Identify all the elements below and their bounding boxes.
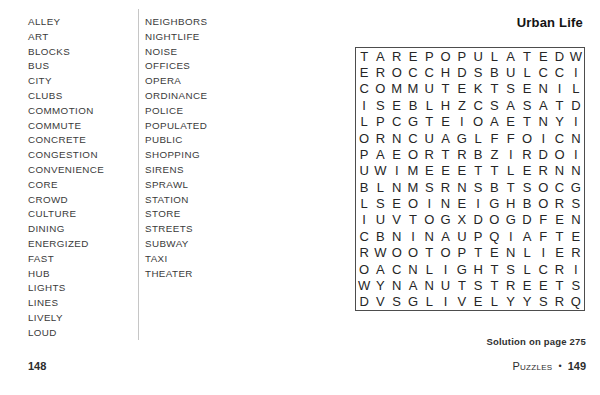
word-list-item: LIGHTS (28, 281, 104, 296)
grid-cell: S (486, 97, 502, 113)
grid-cell: B (356, 179, 372, 195)
word-list-item: LOUD (28, 326, 104, 341)
grid-cell: E (356, 64, 372, 80)
word-list-item: CONGESTION (28, 148, 104, 163)
grid-cell: N (389, 228, 405, 244)
word-list-item: TAXI (145, 252, 207, 267)
grid-cell: O (372, 81, 388, 97)
word-list-item: SIRENS (145, 163, 207, 178)
grid-cell: R (535, 163, 551, 179)
grid-cell: I (568, 261, 584, 277)
grid-cell: N (568, 212, 584, 228)
grid-cell: E (389, 195, 405, 211)
grid-cell: L (519, 64, 535, 80)
grid-cell: S (372, 97, 388, 113)
grid-cell: G (454, 261, 470, 277)
grid-cell: P (470, 228, 486, 244)
grid-cell: P (454, 48, 470, 64)
grid-cell: H (437, 64, 453, 80)
grid-cell: G (405, 114, 421, 130)
grid-cell: D (454, 64, 470, 80)
word-list-item: FAST (28, 252, 104, 267)
grid-cell: P (421, 48, 437, 64)
grid-cell: X (454, 212, 470, 228)
word-list-item: NEIGHBORS (145, 15, 207, 30)
grid-cell: F (535, 228, 551, 244)
page-footer-label: Puzzles (512, 360, 552, 372)
grid-cell: L (519, 245, 535, 261)
grid-cell: N (437, 195, 453, 211)
grid-cell: Y (519, 294, 535, 310)
word-list-item: POLICE (145, 104, 207, 119)
grid-cell: W (372, 245, 388, 261)
grid-cell: T (421, 245, 437, 261)
grid-cell: G (454, 130, 470, 146)
grid-cell: N (503, 245, 519, 261)
grid-cell: T (470, 245, 486, 261)
grid-cell: A (372, 146, 388, 162)
grid-cell: E (568, 228, 584, 244)
grid-cell: I (356, 97, 372, 113)
page-number-right: 149 (568, 360, 586, 372)
grid-cell: C (389, 114, 405, 130)
grid-cell: I (568, 64, 584, 80)
grid-cell: L (519, 261, 535, 277)
grid-cell: L (568, 81, 584, 97)
grid-cell: S (503, 81, 519, 97)
grid-cell: C (405, 64, 421, 80)
word-list-column-2: NEIGHBORSNIGHTLIFENOISEOFFICESOPERAORDIN… (145, 15, 207, 281)
grid-cell: O (437, 48, 453, 64)
grid-cell: M (405, 163, 421, 179)
word-list-item: SUBWAY (145, 237, 207, 252)
grid-cell: T (486, 261, 502, 277)
grid-cell: L (421, 294, 437, 310)
grid-cell: F (486, 130, 502, 146)
grid-cell: S (535, 294, 551, 310)
grid-cell: L (486, 48, 502, 64)
grid-cell: T (503, 179, 519, 195)
page-footer-right: Puzzles • 149 (512, 360, 586, 372)
grid-cell: E (519, 81, 535, 97)
grid-cell: E (437, 163, 453, 179)
grid-cell: G (437, 212, 453, 228)
word-list-item: NIGHTLIFE (145, 30, 207, 45)
grid-cell: D (551, 48, 567, 64)
grid-cell: N (389, 179, 405, 195)
word-list-item: STORE (145, 207, 207, 222)
grid-cell: N (454, 179, 470, 195)
word-list-item: STATION (145, 193, 207, 208)
grid-cell: E (389, 97, 405, 113)
grid-cell: M (389, 81, 405, 97)
grid-cell: P (372, 114, 388, 130)
word-list-item: SPRAWL (145, 178, 207, 193)
word-list-item: CLUBS (28, 89, 104, 104)
grid-cell: I (437, 261, 453, 277)
grid-cell: R (454, 146, 470, 162)
grid-cell: I (437, 294, 453, 310)
grid-cell: E (454, 195, 470, 211)
grid-cell: A (519, 228, 535, 244)
grid-cell: A (405, 277, 421, 293)
word-list-item: COMMUTE (28, 119, 104, 134)
grid-cell: W (356, 277, 372, 293)
grid-cell: R (389, 48, 405, 64)
grid-cell: A (486, 114, 502, 130)
grid-cell: M (405, 81, 421, 97)
grid-cell: N (568, 130, 584, 146)
word-list-item: PUBLIC (145, 133, 207, 148)
grid-cell: L (356, 114, 372, 130)
grid-cell: F (503, 130, 519, 146)
grid-cell: I (568, 114, 584, 130)
grid-cell: E (389, 146, 405, 162)
grid-cell: I (454, 114, 470, 130)
grid-cell: M (405, 179, 421, 195)
grid-cell: D (356, 294, 372, 310)
grid-cell: R (503, 277, 519, 293)
grid-cell: C (551, 179, 567, 195)
grid-cell: I (503, 228, 519, 244)
grid-cell: S (503, 261, 519, 277)
grid-cell: C (535, 261, 551, 277)
grid-cell: N (421, 228, 437, 244)
word-list-item: CROWD (28, 193, 104, 208)
word-list-item: BLOCKS (28, 45, 104, 60)
grid-cell: D (535, 146, 551, 162)
grid-cell: U (372, 212, 388, 228)
grid-cell: E (519, 277, 535, 293)
grid-cell: E (535, 277, 551, 293)
grid-cell: R (372, 130, 388, 146)
grid-cell: T (551, 277, 567, 293)
grid-cell: S (519, 97, 535, 113)
word-list-item: DINING (28, 222, 104, 237)
grid-cell: S (372, 195, 388, 211)
grid-cell: S (389, 294, 405, 310)
grid-cell: A (503, 97, 519, 113)
grid-cell: B (486, 179, 502, 195)
grid-cell: L (356, 195, 372, 211)
grid-cell: L (421, 97, 437, 113)
grid-cell: B (470, 146, 486, 162)
grid-cell: S (421, 179, 437, 195)
grid-cell: I (535, 245, 551, 261)
grid-cell: R (356, 245, 372, 261)
word-list-item: LINES (28, 296, 104, 311)
grid-cell: T (437, 81, 453, 97)
word-list-item: OFFICES (145, 59, 207, 74)
grid-cell: O (405, 245, 421, 261)
grid-cell: R (551, 294, 567, 310)
grid-cell: I (470, 195, 486, 211)
word-list-item: COMMOTION (28, 104, 104, 119)
grid-cell: B (405, 97, 421, 113)
grid-cell: L (503, 163, 519, 179)
grid-cell: C (470, 97, 486, 113)
grid-cell: E (519, 163, 535, 179)
grid-cell: T (437, 146, 453, 162)
grid-cell: I (405, 228, 421, 244)
page-number-left: 148 (28, 360, 46, 372)
bullet-separator-icon: • (558, 361, 561, 371)
grid-cell: S (568, 195, 584, 211)
grid-cell: C (535, 64, 551, 80)
grid-cell: T (519, 114, 535, 130)
puzzle-book-page: ALLEYARTBLOCKSBUSCITYCLUBSCOMMOTIONCOMMU… (0, 0, 600, 395)
grid-cell: R (551, 261, 567, 277)
grid-cell: D (470, 212, 486, 228)
grid-cell: V (389, 212, 405, 228)
grid-cell: T (454, 277, 470, 293)
grid-cell: G (568, 179, 584, 195)
grid-cell: A (372, 261, 388, 277)
grid-cell: U (454, 228, 470, 244)
grid-cell: B (372, 228, 388, 244)
grid-cell: E (551, 212, 567, 228)
grid-cell: E (437, 114, 453, 130)
grid-cell: E (486, 245, 502, 261)
grid-cell: U (356, 163, 372, 179)
grid-cell: N (389, 130, 405, 146)
grid-cell: U (437, 277, 453, 293)
grid-cell: T (519, 48, 535, 64)
grid-cell: W (568, 48, 584, 64)
grid-cell: Y (372, 277, 388, 293)
word-list-item: LIVELY (28, 311, 104, 326)
grid-cell: R (551, 195, 567, 211)
grid-cell: O (535, 179, 551, 195)
word-list-item: ORDINANCE (145, 89, 207, 104)
grid-cell: B (519, 195, 535, 211)
grid-cell: U (470, 48, 486, 64)
grid-cell: I (551, 81, 567, 97)
grid-cell: B (486, 64, 502, 80)
grid-cell: V (454, 294, 470, 310)
grid-cell: T (486, 163, 502, 179)
grid-cell: O (405, 146, 421, 162)
grid-cell: E (503, 114, 519, 130)
grid-cell: O (389, 64, 405, 80)
grid-cell: N (568, 163, 584, 179)
grid-cell: T (421, 114, 437, 130)
grid-cell: U (421, 130, 437, 146)
grid-cell: C (356, 228, 372, 244)
grid-cell: Q (568, 294, 584, 310)
grid-cell: H (503, 195, 519, 211)
grid-cell: E (421, 163, 437, 179)
grid-cell: R (421, 146, 437, 162)
word-list-item: HUB (28, 267, 104, 282)
grid-cell: O (470, 114, 486, 130)
grid-cell: G (486, 195, 502, 211)
grid-cell: C (405, 130, 421, 146)
grid-cell: O (421, 212, 437, 228)
grid-cell: S (470, 277, 486, 293)
grid-cell: S (519, 179, 535, 195)
grid-cell: R (437, 179, 453, 195)
grid-cell: O (356, 130, 372, 146)
grid-cell: N (389, 277, 405, 293)
word-list-item: OPERA (145, 74, 207, 89)
grid-cell: R (568, 245, 584, 261)
word-list-item: CONVENIENCE (28, 163, 104, 178)
grid-cell: D (519, 212, 535, 228)
grid-cell: T (551, 228, 567, 244)
grid-cell: A (535, 97, 551, 113)
grid-cell: U (503, 64, 519, 80)
column-divider (138, 9, 139, 340)
grid-cell: L (372, 179, 388, 195)
grid-cell: T (470, 163, 486, 179)
grid-cell: C (421, 64, 437, 80)
grid-cell: E (470, 294, 486, 310)
word-list-item: ENERGIZED (28, 237, 104, 252)
word-list-item: ART (28, 30, 104, 45)
solution-note: Solution on page 275 (486, 336, 586, 347)
grid-cell: S (470, 179, 486, 195)
grid-cell: I (503, 146, 519, 162)
grid-cell: T (486, 277, 502, 293)
grid-cell: A (372, 48, 388, 64)
grid-cell: H (470, 261, 486, 277)
word-list-item: POPULATED (145, 119, 207, 134)
grid-cell: A (437, 228, 453, 244)
grid-cell: C (356, 81, 372, 97)
grid-cell: I (568, 146, 584, 162)
grid-cell: O (535, 195, 551, 211)
grid-cell: E (551, 245, 567, 261)
grid-cell: Q (486, 228, 502, 244)
grid-cell: P (356, 146, 372, 162)
grid-cell: O (551, 146, 567, 162)
grid-cell: L (486, 294, 502, 310)
grid-cell: U (421, 81, 437, 97)
word-list-item: THEATER (145, 267, 207, 282)
grid-cell: D (568, 97, 584, 113)
grid-cell: E (454, 163, 470, 179)
grid-cell: K (470, 81, 486, 97)
grid-cell: W (372, 163, 388, 179)
grid-cell: P (454, 245, 470, 261)
grid-cell: O (389, 245, 405, 261)
grid-cell: E (535, 48, 551, 64)
word-search-grid: TAREPOPULATEDWEROCCHDSBULCCICOMMUTEKTSEN… (355, 47, 585, 311)
grid-cell: F (535, 212, 551, 228)
grid-cell: O (519, 130, 535, 146)
word-list-item: CORE (28, 178, 104, 193)
grid-cell: O (437, 245, 453, 261)
grid-cell: O (356, 261, 372, 277)
grid-cell: N (535, 114, 551, 130)
grid-cell: I (535, 130, 551, 146)
grid-cell: O (405, 195, 421, 211)
word-list-item: NOISE (145, 45, 207, 60)
grid-cell: N (421, 277, 437, 293)
grid-cell: I (389, 163, 405, 179)
grid-cell: A (437, 130, 453, 146)
grid-cell: Z (486, 146, 502, 162)
grid-cell: T (356, 48, 372, 64)
puzzle-title: Urban Life (517, 15, 583, 30)
grid-cell: N (535, 81, 551, 97)
grid-cell: L (421, 261, 437, 277)
word-list-column-1: ALLEYARTBLOCKSBUSCITYCLUBSCOMMOTIONCOMMU… (28, 15, 104, 341)
grid-cell: I (421, 195, 437, 211)
grid-cell: H (437, 97, 453, 113)
grid-cell: N (405, 261, 421, 277)
grid-cell: O (486, 212, 502, 228)
word-list-item: STREETS (145, 222, 207, 237)
word-list-item: ALLEY (28, 15, 104, 30)
grid-cell: T (551, 97, 567, 113)
grid-cell: G (503, 212, 519, 228)
grid-cell: S (470, 64, 486, 80)
grid-cell: C (551, 130, 567, 146)
grid-cell: C (389, 261, 405, 277)
grid-cell: A (503, 48, 519, 64)
grid-cell: T (486, 81, 502, 97)
grid-cell: E (405, 48, 421, 64)
grid-cell: Z (454, 97, 470, 113)
grid-cell: C (551, 64, 567, 80)
grid-cell: R (519, 146, 535, 162)
grid-cell: G (405, 294, 421, 310)
grid-cell: Y (551, 114, 567, 130)
word-list-item: CITY (28, 74, 104, 89)
word-list-item: CONCRETE (28, 133, 104, 148)
grid-cell: S (568, 277, 584, 293)
word-list-item: CULTURE (28, 207, 104, 222)
grid-cell: L (470, 130, 486, 146)
grid-cell: N (551, 163, 567, 179)
grid-cell: E (454, 81, 470, 97)
grid-cell: V (372, 294, 388, 310)
word-list-item: SHOPPING (145, 148, 207, 163)
grid-cell: Y (503, 294, 519, 310)
grid-cell: T (405, 212, 421, 228)
grid-cell: I (356, 212, 372, 228)
word-list-item: BUS (28, 59, 104, 74)
grid-cell: R (372, 64, 388, 80)
